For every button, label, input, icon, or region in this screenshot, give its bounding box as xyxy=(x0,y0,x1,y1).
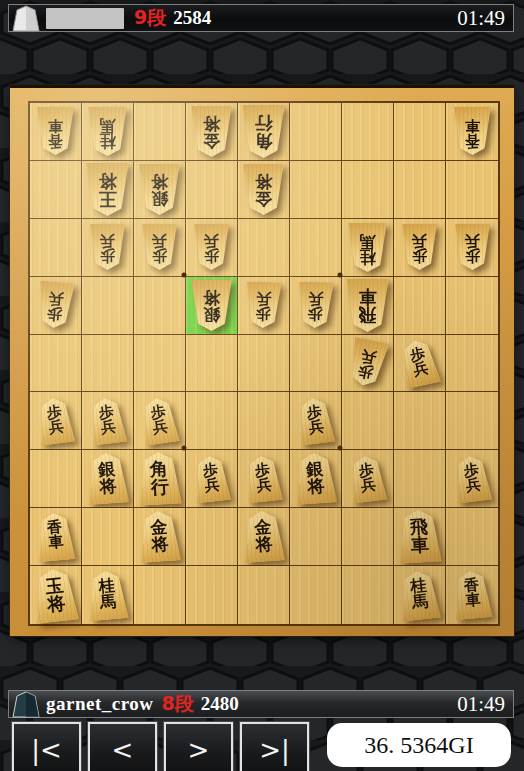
square-9f[interactable]: 歩兵 xyxy=(30,392,82,450)
square-1b[interactable] xyxy=(446,161,498,219)
piece-pawn-sente: 歩兵 xyxy=(342,450,393,507)
board-grid: 香車桂馬金将角行香車王将銀将金将歩兵歩兵歩兵桂馬歩兵歩兵歩兵銀将歩兵歩兵飛車歩兵… xyxy=(28,101,500,626)
top-player-name-box xyxy=(46,8,124,29)
square-1a[interactable]: 香車 xyxy=(446,103,498,161)
square-6i[interactable] xyxy=(186,566,238,624)
square-5h[interactable]: 金将 xyxy=(238,508,290,566)
square-4c[interactable] xyxy=(290,219,342,277)
next-move-button[interactable]: > xyxy=(164,722,233,771)
square-2h[interactable]: 飛車 xyxy=(394,508,446,566)
square-7c[interactable]: 歩兵 xyxy=(134,219,186,277)
piece-knight-gote: 桂馬 xyxy=(342,219,393,276)
shogi-board: 香車桂馬金将角行香車王将銀将金将歩兵歩兵歩兵桂馬歩兵歩兵歩兵銀将歩兵歩兵飛車歩兵… xyxy=(10,85,514,636)
square-3e[interactable]: 歩兵 xyxy=(342,335,394,393)
square-6f[interactable] xyxy=(186,392,238,450)
square-8f[interactable]: 歩兵 xyxy=(82,392,134,450)
square-8g[interactable]: 銀将 xyxy=(82,450,134,508)
square-7f[interactable]: 歩兵 xyxy=(134,392,186,450)
square-5i[interactable] xyxy=(238,566,290,624)
square-3d[interactable]: 飛車 xyxy=(342,277,394,335)
piece-pawn-gote: 歩兵 xyxy=(290,277,341,334)
square-7g[interactable]: 角行 xyxy=(134,450,186,508)
bottom-player-bar: garnet_crow 8段 2480 01:49 xyxy=(8,690,514,718)
piece-king-sente: 玉将 xyxy=(30,566,81,624)
piece-silver-gote: 銀将 xyxy=(134,161,185,218)
square-4f[interactable]: 歩兵 xyxy=(290,392,342,450)
star-point xyxy=(338,446,343,451)
square-1c[interactable]: 歩兵 xyxy=(446,219,498,277)
piece-pawn-sente: 歩兵 xyxy=(290,392,341,449)
last-move-button[interactable]: >| xyxy=(240,722,309,771)
square-5b[interactable]: 金将 xyxy=(238,161,290,219)
prev-move-button[interactable]: < xyxy=(88,722,157,771)
piece-bishop-sente: 角行 xyxy=(134,450,185,507)
piece-pawn-gote: 歩兵 xyxy=(446,219,498,276)
square-6c[interactable]: 歩兵 xyxy=(186,219,238,277)
square-3f[interactable] xyxy=(342,392,394,450)
square-1e[interactable] xyxy=(446,335,498,393)
bottom-player-name: garnet_crow xyxy=(46,693,154,715)
square-7a[interactable] xyxy=(134,103,186,161)
square-3a[interactable] xyxy=(342,103,394,161)
piece-lance-sente: 香車 xyxy=(30,508,81,565)
star-point xyxy=(338,273,343,278)
piece-gold-gote: 金将 xyxy=(186,103,237,160)
piece-pawn-sente: 歩兵 xyxy=(82,392,133,449)
piece-pawn-gote: 歩兵 xyxy=(134,219,185,276)
bottom-player-clock: 01:49 xyxy=(457,692,505,717)
square-4b[interactable] xyxy=(290,161,342,219)
square-9b[interactable] xyxy=(30,161,82,219)
square-8h[interactable] xyxy=(82,508,134,566)
square-7h[interactable]: 金将 xyxy=(134,508,186,566)
square-9a[interactable]: 香車 xyxy=(30,103,82,161)
square-5d[interactable]: 歩兵 xyxy=(238,277,290,335)
square-1g[interactable]: 歩兵 xyxy=(446,450,498,508)
square-4h[interactable] xyxy=(290,508,342,566)
piece-pawn-gote: 歩兵 xyxy=(394,219,445,276)
square-3i[interactable] xyxy=(342,566,394,624)
square-5c[interactable] xyxy=(238,219,290,277)
bottom-player-rating: 2480 xyxy=(201,693,239,715)
square-4i[interactable] xyxy=(290,566,342,624)
black-piece-icon xyxy=(11,691,41,718)
square-9i[interactable]: 玉将 xyxy=(30,566,82,624)
piece-rook-sente: 飛車 xyxy=(394,508,445,565)
piece-pawn-gote: 歩兵 xyxy=(238,277,289,334)
square-6g[interactable]: 歩兵 xyxy=(186,450,238,508)
piece-pawn-sente: 歩兵 xyxy=(446,450,498,507)
star-point xyxy=(182,446,187,451)
square-1d[interactable] xyxy=(446,277,498,335)
square-9g[interactable] xyxy=(30,450,82,508)
square-9h[interactable]: 香車 xyxy=(30,508,82,566)
square-2a[interactable] xyxy=(394,103,446,161)
white-piece-icon xyxy=(11,5,41,32)
top-player-bar: 9段 2584 01:49 xyxy=(8,4,514,32)
square-6h[interactable] xyxy=(186,508,238,566)
piece-pawn-sente: 歩兵 xyxy=(238,450,289,507)
star-point xyxy=(182,273,187,278)
square-2d[interactable] xyxy=(394,277,446,335)
square-5f[interactable] xyxy=(238,392,290,450)
piece-silver-gote: 銀将 xyxy=(186,277,237,334)
piece-gold-sente: 金将 xyxy=(134,508,185,565)
piece-pawn-sente: 歩兵 xyxy=(134,392,185,449)
piece-silver-sente: 銀将 xyxy=(290,450,341,507)
first-move-button[interactable]: |< xyxy=(12,722,81,771)
piece-lance-gote: 香車 xyxy=(446,103,498,160)
move-display: 36. 5364GI xyxy=(327,723,511,767)
square-6a[interactable]: 金将 xyxy=(186,103,238,161)
square-4g[interactable]: 銀将 xyxy=(290,450,342,508)
square-3g[interactable]: 歩兵 xyxy=(342,450,394,508)
square-8c[interactable]: 歩兵 xyxy=(82,219,134,277)
piece-pawn-gote: 歩兵 xyxy=(30,277,81,334)
square-2c[interactable]: 歩兵 xyxy=(394,219,446,277)
square-3c[interactable]: 桂馬 xyxy=(342,219,394,277)
piece-pawn-sente: 歩兵 xyxy=(30,392,81,449)
square-8a[interactable]: 桂馬 xyxy=(82,103,134,161)
square-7i[interactable] xyxy=(134,566,186,624)
square-2g[interactable] xyxy=(394,450,446,508)
square-2e[interactable]: 歩兵 xyxy=(394,335,446,393)
piece-gold-gote: 金将 xyxy=(238,161,289,218)
square-7e[interactable] xyxy=(134,335,186,393)
square-6e[interactable] xyxy=(186,335,238,393)
square-7d[interactable] xyxy=(134,277,186,335)
piece-pawn-sente: 歩兵 xyxy=(186,450,237,507)
square-5a[interactable]: 角行 xyxy=(238,103,290,161)
square-1i[interactable]: 香車 xyxy=(446,566,498,624)
piece-king-gote: 王将 xyxy=(82,161,133,218)
square-2b[interactable] xyxy=(394,161,446,219)
square-4d[interactable]: 歩兵 xyxy=(290,277,342,335)
square-5g[interactable]: 歩兵 xyxy=(238,450,290,508)
square-7b[interactable]: 銀将 xyxy=(134,161,186,219)
square-8e[interactable] xyxy=(82,335,134,393)
top-player-rating: 2584 xyxy=(173,7,211,29)
bottom-player-rank: 8段 xyxy=(162,691,194,717)
piece-knight-gote: 桂馬 xyxy=(82,103,133,160)
piece-knight-sente: 桂馬 xyxy=(82,566,133,624)
square-9c[interactable] xyxy=(30,219,82,277)
piece-rook-gote: 飛車 xyxy=(342,277,393,334)
piece-lance-sente: 香車 xyxy=(446,566,498,624)
top-player-rank: 9段 xyxy=(134,5,166,31)
piece-bishop-gote: 角行 xyxy=(238,103,289,160)
square-2i[interactable]: 桂馬 xyxy=(394,566,446,624)
square-6d[interactable]: 銀将 xyxy=(186,277,238,335)
piece-gold-sente: 金将 xyxy=(238,508,289,565)
square-9e[interactable] xyxy=(30,335,82,393)
square-2f[interactable] xyxy=(394,392,446,450)
piece-pawn-sente: 歩兵 xyxy=(394,335,445,392)
top-player-clock: 01:49 xyxy=(457,6,505,31)
piece-pawn-gote: 歩兵 xyxy=(82,219,133,276)
square-3b[interactable] xyxy=(342,161,394,219)
square-8b[interactable]: 王将 xyxy=(82,161,134,219)
square-9d[interactable]: 歩兵 xyxy=(30,277,82,335)
piece-pawn-gote: 歩兵 xyxy=(186,219,237,276)
piece-lance-gote: 香車 xyxy=(30,103,81,160)
piece-pawn-gote: 歩兵 xyxy=(342,335,393,392)
square-5e[interactable] xyxy=(238,335,290,393)
square-4e[interactable] xyxy=(290,335,342,393)
square-3h[interactable] xyxy=(342,508,394,566)
square-4a[interactable] xyxy=(290,103,342,161)
piece-silver-sente: 銀将 xyxy=(82,450,133,507)
square-1h[interactable] xyxy=(446,508,498,566)
square-8d[interactable] xyxy=(82,277,134,335)
square-6b[interactable] xyxy=(186,161,238,219)
piece-knight-sente: 桂馬 xyxy=(394,566,445,624)
square-1f[interactable] xyxy=(446,392,498,450)
square-8i[interactable]: 桂馬 xyxy=(82,566,134,624)
